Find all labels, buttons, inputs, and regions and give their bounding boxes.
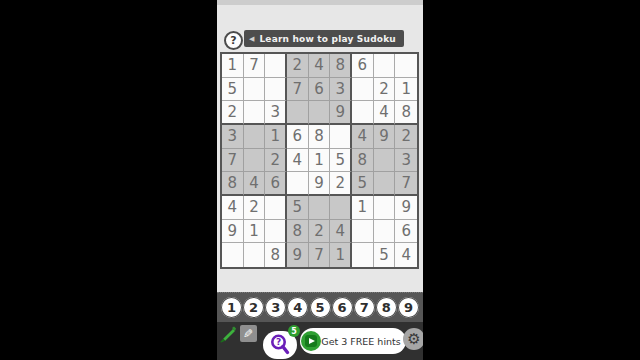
numpad-1[interactable]: 1 — [221, 297, 242, 318]
number-pad: 123456789 — [217, 292, 423, 322]
cell-r3c9[interactable]: 8 — [395, 101, 417, 125]
magnifier-question-icon: ? — [269, 333, 291, 357]
cell-r4c1[interactable]: 3 — [222, 125, 244, 149]
cell-r4c2[interactable] — [244, 125, 266, 149]
cell-r4c6[interactable] — [330, 125, 352, 149]
help-tooltip-label: Learn how to play Sudoku — [259, 34, 396, 44]
cell-r7c6[interactable] — [330, 196, 352, 220]
cell-r3c7[interactable] — [352, 101, 374, 125]
cell-r8c7[interactable] — [352, 220, 374, 244]
cell-r9c1[interactable] — [222, 243, 244, 267]
cell-r3c2[interactable] — [244, 101, 266, 125]
cell-r1c7[interactable]: 6 — [352, 54, 374, 78]
cell-r6c4[interactable] — [287, 172, 309, 196]
gear-icon: ⚙ — [407, 332, 420, 347]
cell-r8c8[interactable] — [374, 220, 396, 244]
cell-r9c5[interactable]: 7 — [309, 243, 331, 267]
cell-r4c4[interactable]: 6 — [287, 125, 309, 149]
cell-r5c8[interactable] — [374, 149, 396, 173]
sudoku-grid: 1724865763212394831684927241583846925742… — [220, 52, 419, 269]
cell-r1c4[interactable]: 2 — [287, 54, 309, 78]
cell-r7c4[interactable]: 5 — [287, 196, 309, 220]
hint-count-badge: 5 — [288, 325, 300, 337]
pencil-notes-button[interactable]: ✎ — [240, 325, 257, 342]
numpad-6[interactable]: 6 — [332, 297, 353, 318]
cell-r6c5[interactable]: 9 — [309, 172, 331, 196]
cell-r7c8[interactable] — [374, 196, 396, 220]
cell-r7c1[interactable]: 4 — [222, 196, 244, 220]
cell-r5c2[interactable] — [244, 149, 266, 173]
cell-r4c5[interactable]: 8 — [309, 125, 331, 149]
cell-r2c3[interactable] — [265, 78, 287, 102]
cell-r5c4[interactable]: 4 — [287, 149, 309, 173]
cell-r8c1[interactable]: 9 — [222, 220, 244, 244]
pencil-mode-icon[interactable] — [219, 326, 236, 343]
arrow-left-icon: ◀ — [249, 35, 254, 43]
cell-r2c2[interactable] — [244, 78, 266, 102]
cell-r1c5[interactable]: 4 — [309, 54, 331, 78]
cell-r1c2[interactable]: 7 — [244, 54, 266, 78]
cell-r1c9[interactable] — [395, 54, 417, 78]
cell-r6c1[interactable]: 8 — [222, 172, 244, 196]
help-tooltip[interactable]: ◀ Learn how to play Sudoku — [244, 30, 404, 47]
cell-r9c7[interactable] — [352, 243, 374, 267]
cell-r7c3[interactable] — [265, 196, 287, 220]
svg-text:?: ? — [276, 337, 281, 347]
cell-r6c3[interactable]: 6 — [265, 172, 287, 196]
cell-r8c3[interactable] — [265, 220, 287, 244]
cell-r2c6[interactable]: 3 — [330, 78, 352, 102]
cell-r2c5[interactable]: 6 — [309, 78, 331, 102]
cell-r2c8[interactable]: 2 — [374, 78, 396, 102]
numpad-8[interactable]: 8 — [376, 297, 397, 318]
hint-button[interactable]: ? 5 — [263, 331, 297, 359]
cell-r7c7[interactable]: 1 — [352, 196, 374, 220]
numpad-4[interactable]: 4 — [287, 297, 308, 318]
cell-r3c1[interactable]: 2 — [222, 101, 244, 125]
cell-r3c4[interactable] — [287, 101, 309, 125]
cell-r6c7[interactable]: 5 — [352, 172, 374, 196]
cell-r1c3[interactable] — [265, 54, 287, 78]
cell-r3c3[interactable]: 3 — [265, 101, 287, 125]
cell-r5c5[interactable]: 1 — [309, 149, 331, 173]
cell-r5c6[interactable]: 5 — [330, 149, 352, 173]
cell-r1c8[interactable] — [374, 54, 396, 78]
bottom-toolbar: ✎ ? 5 Get 3 FREE hints ⚙ — [217, 322, 423, 360]
cell-r3c8[interactable]: 4 — [374, 101, 396, 125]
settings-button[interactable]: ⚙ — [403, 328, 423, 350]
cell-r7c9[interactable]: 9 — [395, 196, 417, 220]
cell-r5c3[interactable]: 2 — [265, 149, 287, 173]
cell-r4c8[interactable]: 9 — [374, 125, 396, 149]
numpad-3[interactable]: 3 — [265, 297, 286, 318]
numpad-9[interactable]: 9 — [398, 297, 419, 318]
cell-r7c2[interactable]: 2 — [244, 196, 266, 220]
cell-r4c7[interactable]: 4 — [352, 125, 374, 149]
cell-r6c9[interactable]: 7 — [395, 172, 417, 196]
cell-r5c1[interactable]: 7 — [222, 149, 244, 173]
cell-r2c4[interactable]: 7 — [287, 78, 309, 102]
cell-r9c4[interactable]: 9 — [287, 243, 309, 267]
cell-r6c2[interactable]: 4 — [244, 172, 266, 196]
pencil-icon: ✎ — [243, 328, 253, 340]
cell-r8c6[interactable]: 4 — [330, 220, 352, 244]
sudoku-app: ? ◀ Learn how to play Sudoku 17248657632… — [217, 0, 423, 360]
get-free-hints-button[interactable]: Get 3 FREE hints — [300, 328, 406, 354]
cell-r9c6[interactable]: 1 — [330, 243, 352, 267]
cell-r7c5[interactable] — [309, 196, 331, 220]
cell-r9c2[interactable] — [244, 243, 266, 267]
cell-r1c6[interactable]: 8 — [330, 54, 352, 78]
cell-r4c9[interactable]: 2 — [395, 125, 417, 149]
cell-r2c1[interactable]: 5 — [222, 78, 244, 102]
cell-r8c2[interactable]: 1 — [244, 220, 266, 244]
question-mark-icon: ? — [230, 34, 236, 47]
cell-r2c9[interactable]: 1 — [395, 78, 417, 102]
cell-r9c3[interactable]: 8 — [265, 243, 287, 267]
cell-r8c5[interactable]: 2 — [309, 220, 331, 244]
status-strip — [217, 0, 423, 5]
cell-r1c1[interactable]: 1 — [222, 54, 244, 78]
numpad-2[interactable]: 2 — [243, 297, 264, 318]
cell-r5c7[interactable]: 8 — [352, 149, 374, 173]
help-button[interactable]: ? — [224, 31, 243, 50]
cell-r3c5[interactable] — [309, 101, 331, 125]
cell-r2c7[interactable] — [352, 78, 374, 102]
cell-r6c8[interactable] — [374, 172, 396, 196]
cell-r5c9[interactable]: 3 — [395, 149, 417, 173]
play-video-icon — [301, 331, 321, 351]
cell-r8c9[interactable]: 6 — [395, 220, 417, 244]
cell-r9c9[interactable]: 4 — [395, 243, 417, 267]
cell-r9c8[interactable]: 5 — [374, 243, 396, 267]
numpad-7[interactable]: 7 — [354, 297, 375, 318]
cell-r6c6[interactable]: 2 — [330, 172, 352, 196]
cell-r3c6[interactable]: 9 — [330, 101, 352, 125]
cell-r4c3[interactable]: 1 — [265, 125, 287, 149]
numpad-5[interactable]: 5 — [310, 297, 331, 318]
cell-r8c4[interactable]: 8 — [287, 220, 309, 244]
